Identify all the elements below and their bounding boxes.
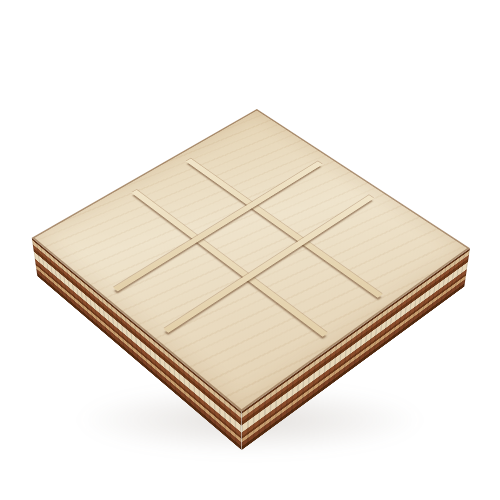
board-3d: [32, 109, 470, 412]
product-photo-tic-tac-toe: [0, 0, 500, 500]
board-top-face: [32, 109, 470, 412]
